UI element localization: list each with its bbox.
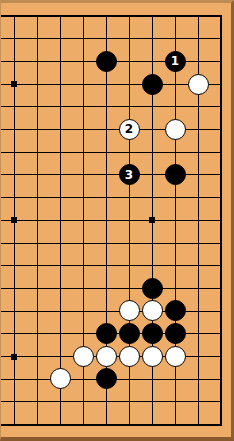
stone-R6: [165, 300, 186, 321]
stone-Q4: [142, 346, 163, 367]
stone-R14: [165, 119, 186, 140]
stone-P4: [119, 346, 140, 367]
stone-O17: [96, 51, 117, 72]
stone-R17: 1: [165, 51, 186, 72]
stone-number-label: 2: [125, 123, 133, 135]
stone-N4: [73, 346, 94, 367]
stone-Q16: [142, 74, 163, 95]
stone-R4: [165, 346, 186, 367]
stone-number-label: 1: [171, 55, 179, 67]
stone-S16: [188, 74, 209, 95]
go-board: 123: [1, 3, 231, 437]
stone-P6: [119, 300, 140, 321]
stone-R12: [165, 164, 186, 185]
go-diagram: 123: [0, 0, 234, 441]
stone-M3: [50, 368, 71, 389]
stone-O3: [96, 368, 117, 389]
stone-O4: [96, 346, 117, 367]
stone-Q6: [142, 300, 163, 321]
stone-number-label: 3: [125, 169, 133, 181]
stone-P5: [119, 323, 140, 344]
stone-O5: [96, 323, 117, 344]
stone-P14: 2: [119, 119, 140, 140]
stone-Q7: [142, 278, 163, 299]
stone-R5: [165, 323, 186, 344]
stone-P12: 3: [119, 164, 140, 185]
stone-Q5: [142, 323, 163, 344]
stone-grid: 123: [3, 5, 233, 436]
